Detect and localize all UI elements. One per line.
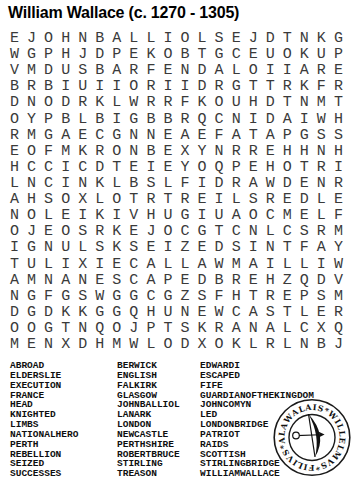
grid-cell-r1c11: O: [176, 31, 193, 47]
grid-cell-r4c20: R: [330, 79, 347, 95]
grid-cell-r16c6: E: [91, 273, 108, 289]
grid-cell-r9c5: C: [74, 160, 91, 176]
grid-cell-r11c5: X: [74, 192, 91, 208]
grid-cell-r16c12: D: [194, 273, 211, 289]
grid-cell-r17c7: G: [108, 289, 125, 305]
grid-cell-r8c1: E: [6, 144, 23, 160]
grid-cell-r19c8: J: [125, 321, 142, 337]
grid-cell-r2c1: W: [6, 47, 23, 63]
grid-cell-r8c3: F: [40, 144, 57, 160]
grid-cell-r17c13: F: [211, 289, 228, 305]
grid-cell-r16c1: A: [6, 273, 23, 289]
grid-cell-r7c18: G: [296, 128, 313, 144]
grid-cell-r13c6: R: [91, 224, 108, 240]
grid-cell-r12c11: G: [176, 208, 193, 224]
grid-cell-r14c11: Z: [176, 240, 193, 256]
grid-cell-r17c8: G: [125, 289, 142, 305]
grid-cell-r3c13: A: [211, 63, 228, 79]
grid-cell-r19c2: O: [23, 321, 40, 337]
grid-cell-r2c16: U: [262, 47, 279, 63]
grid-cell-r8c16: E: [262, 144, 279, 160]
grid-cell-r20c12: X: [194, 337, 211, 353]
grid-cell-r4c13: R: [211, 79, 228, 95]
grid-cell-r2c17: O: [279, 47, 296, 63]
grid-cell-r16c4: A: [57, 273, 74, 289]
grid-cell-r18c7: G: [108, 305, 125, 321]
grid-cell-r9c20: I: [330, 160, 347, 176]
grid-cell-r10c9: S: [142, 176, 159, 192]
grid-cell-r4c14: G: [228, 79, 245, 95]
grid-cell-r19c15: N: [245, 321, 262, 337]
grid-cell-r8c11: X: [176, 144, 193, 160]
grid-cell-r1c7: A: [108, 31, 125, 47]
page-title: William Wallace (c. 1270 - 1305): [8, 4, 239, 22]
grid-cell-r17c2: G: [23, 289, 40, 305]
grid-cell-r13c5: S: [74, 224, 91, 240]
grid-cell-r14c8: S: [125, 240, 142, 256]
grid-cell-r7c19: S: [313, 128, 330, 144]
grid-cell-r8c18: H: [296, 144, 313, 160]
grid-cell-r5c12: K: [194, 95, 211, 111]
grid-cell-r19c20: Q: [330, 321, 347, 337]
grid-cell-r11c10: T: [159, 192, 176, 208]
grid-cell-r3c4: U: [57, 63, 74, 79]
grid-cell-r1c5: N: [74, 31, 91, 47]
grid-cell-r2c12: T: [194, 47, 211, 63]
grid-cell-r17c11: Z: [176, 289, 193, 305]
grid-cell-r10c14: R: [228, 176, 245, 192]
grid-cell-r2c9: K: [142, 47, 159, 63]
grid-cell-r4c5: U: [74, 79, 91, 95]
grid-cell-r12c10: U: [159, 208, 176, 224]
grid-cell-r7c4: A: [57, 128, 74, 144]
grid-cell-r18c5: K: [74, 305, 91, 321]
grid-cell-r18c3: D: [40, 305, 57, 321]
grid-cell-r14c5: L: [74, 240, 91, 256]
grid-cell-r12c7: I: [108, 208, 125, 224]
grid-cell-r6c9: B: [142, 112, 159, 128]
grid-cell-r19c17: L: [279, 321, 296, 337]
grid-cell-r15c9: A: [142, 257, 159, 273]
grid-cell-r7c15: T: [245, 128, 262, 144]
grid-cell-r14c9: E: [142, 240, 159, 256]
grid-cell-r3c19: R: [313, 63, 330, 79]
grid-cell-r9c19: R: [313, 160, 330, 176]
grid-cell-r2c10: O: [159, 47, 176, 63]
grid-cell-r14c13: D: [211, 240, 228, 256]
grid-cell-r11c18: D: [296, 192, 313, 208]
grid-cell-r7c6: C: [91, 128, 108, 144]
grid-cell-r10c7: L: [108, 176, 125, 192]
grid-cell-r13c13: T: [211, 224, 228, 240]
grid-cell-r2c14: C: [228, 47, 245, 63]
grid-cell-r11c12: E: [194, 192, 211, 208]
grid-cell-r3c8: R: [125, 63, 142, 79]
grid-cell-r10c6: K: [91, 176, 108, 192]
grid-cell-r19c9: P: [142, 321, 159, 337]
grid-cell-r11c19: L: [313, 192, 330, 208]
grid-cell-r4c16: T: [262, 79, 279, 95]
grid-cell-r9c14: P: [228, 160, 245, 176]
grid-cell-r11c16: R: [262, 192, 279, 208]
grid-cell-r9c10: E: [159, 160, 176, 176]
grid-cell-r8c15: R: [245, 144, 262, 160]
grid-cell-r12c5: I: [74, 208, 91, 224]
word-column-2: BERWICKENGLISHFALKIRKGLASGOWJOHNBALLIOLL…: [117, 361, 180, 479]
grid-cell-r13c8: E: [125, 224, 142, 240]
grid-cell-r20c8: W: [125, 337, 142, 353]
grid-cell-r13c17: C: [279, 224, 296, 240]
grid-cell-r5c2: N: [23, 95, 40, 111]
grid-cell-r20c15: L: [245, 337, 262, 353]
grid-cell-r13c16: L: [262, 224, 279, 240]
grid-cell-r18c10: U: [159, 305, 176, 321]
grid-cell-r7c10: E: [159, 128, 176, 144]
grid-cell-r13c10: O: [159, 224, 176, 240]
grid-cell-r18c20: R: [330, 305, 347, 321]
grid-cell-r2c11: B: [176, 47, 193, 63]
grid-cell-r19c4: T: [57, 321, 74, 337]
grid-cell-r8c2: O: [23, 144, 40, 160]
grid-cell-r1c17: T: [279, 31, 296, 47]
grid-cell-r15c14: M: [228, 257, 245, 273]
grid-cell-r10c2: N: [23, 176, 40, 192]
grid-cell-r8c10: E: [159, 144, 176, 160]
grid-cell-r9c15: E: [245, 160, 262, 176]
grid-cell-r7c9: N: [142, 128, 159, 144]
grid-cell-r18c13: W: [211, 305, 228, 321]
grid-cell-r1c3: O: [40, 31, 57, 47]
grid-cell-r14c15: I: [245, 240, 262, 256]
grid-cell-r2c8: E: [125, 47, 142, 63]
grid-cell-r13c3: E: [40, 224, 57, 240]
grid-cell-r7c20: S: [330, 128, 347, 144]
grid-cell-r3c7: A: [108, 63, 125, 79]
grid-cell-r3c14: L: [228, 63, 245, 79]
grid-cell-r14c18: F: [296, 240, 313, 256]
grid-cell-r3c15: O: [245, 63, 262, 79]
grid-cell-r18c2: G: [23, 305, 40, 321]
grid-cell-r17c20: M: [330, 289, 347, 305]
grid-cell-r7c16: A: [262, 128, 279, 144]
grid-cell-r7c3: G: [40, 128, 57, 144]
grid-cell-r10c1: L: [6, 176, 23, 192]
grid-cell-r17c10: G: [159, 289, 176, 305]
grid-cell-r5c4: D: [57, 95, 74, 111]
grid-cell-r5c11: F: [176, 95, 193, 111]
grid-cell-r4c8: O: [125, 79, 142, 95]
grid-cell-r4c2: R: [23, 79, 40, 95]
grid-cell-r11c13: I: [211, 192, 228, 208]
grid-cell-r13c12: G: [194, 224, 211, 240]
grid-cell-r13c19: R: [313, 224, 330, 240]
grid-cell-r16c15: E: [245, 273, 262, 289]
grid-cell-r8c20: H: [330, 144, 347, 160]
grid-cell-r7c14: A: [228, 128, 245, 144]
grid-cell-r6c12: Q: [194, 112, 211, 128]
grid-cell-r5c6: K: [91, 95, 108, 111]
grid-cell-r1c12: L: [194, 31, 211, 47]
grid-cell-r19c16: A: [262, 321, 279, 337]
grid-cell-r18c6: G: [91, 305, 108, 321]
grid-cell-r7c12: E: [194, 128, 211, 144]
grid-cell-r19c12: K: [194, 321, 211, 337]
grid-cell-r18c12: E: [194, 305, 211, 321]
grid-cell-r12c1: N: [6, 208, 23, 224]
grid-cell-r9c16: H: [262, 160, 279, 176]
grid-cell-r4c4: I: [57, 79, 74, 95]
grid-cell-r11c2: H: [23, 192, 40, 208]
grid-cell-r2c2: G: [23, 47, 40, 63]
grid-cell-r6c19: W: [313, 112, 330, 128]
grid-cell-r15c16: I: [262, 257, 279, 273]
grid-cell-r19c1: O: [6, 321, 23, 337]
grid-cell-r15c20: W: [330, 257, 347, 273]
grid-cell-r20c14: K: [228, 337, 245, 353]
grid-cell-r6c20: H: [330, 112, 347, 128]
grid-cell-r2c15: E: [245, 47, 262, 63]
grid-cell-r19c11: S: [176, 321, 193, 337]
grid-cell-r4c7: I: [108, 79, 125, 95]
grid-cell-r12c17: M: [279, 208, 296, 224]
grid-cell-r6c2: Y: [23, 112, 40, 128]
grid-cell-r9c8: E: [125, 160, 142, 176]
grid-cell-r1c8: L: [125, 31, 142, 47]
grid-cell-r3c12: D: [194, 63, 211, 79]
grid-cell-r6c10: B: [159, 112, 176, 128]
grid-cell-r17c3: F: [40, 289, 57, 305]
grid-cell-r12c13: U: [211, 208, 228, 224]
grid-cell-r15c19: I: [313, 257, 330, 273]
grid-cell-r13c4: O: [57, 224, 74, 240]
grid-cell-r2c5: J: [74, 47, 91, 63]
grid-cell-r9c4: I: [57, 160, 74, 176]
grid-cell-r17c16: R: [262, 289, 279, 305]
grid-cell-r10c4: I: [57, 176, 74, 192]
grid-cell-r19c5: N: [74, 321, 91, 337]
grid-cell-r9c7: T: [108, 160, 125, 176]
grid-cell-r12c20: F: [330, 208, 347, 224]
grid-cell-r14c20: Y: [330, 240, 347, 256]
grid-cell-r20c4: X: [57, 337, 74, 353]
grid-cell-r3c16: I: [262, 63, 279, 79]
grid-cell-r16c5: N: [74, 273, 91, 289]
grid-cell-r10c13: D: [211, 176, 228, 192]
grid-cell-r14c6: S: [91, 240, 108, 256]
grid-cell-r12c16: C: [262, 208, 279, 224]
grid-cell-r16c19: D: [313, 273, 330, 289]
grid-cell-r8c19: N: [313, 144, 330, 160]
grid-cell-r19c18: C: [296, 321, 313, 337]
grid-cell-r4c17: R: [279, 79, 296, 95]
grid-cell-r8c6: R: [91, 144, 108, 160]
grid-cell-r5c9: R: [142, 95, 159, 111]
grid-cell-r19c6: Q: [91, 321, 108, 337]
grid-cell-r16c20: V: [330, 273, 347, 289]
grid-cell-r20c17: L: [279, 337, 296, 353]
grid-cell-r7c5: E: [74, 128, 91, 144]
grid-cell-r9c2: C: [23, 160, 40, 176]
grid-cell-r10c8: B: [125, 176, 142, 192]
grid-cell-r17c18: P: [296, 289, 313, 305]
grid-cell-r10c10: L: [159, 176, 176, 192]
grid-cell-r6c5: L: [74, 112, 91, 128]
grid-cell-r11c20: E: [330, 192, 347, 208]
grid-cell-r20c10: O: [159, 337, 176, 353]
grid-cell-r11c3: S: [40, 192, 57, 208]
grid-cell-r4c3: B: [40, 79, 57, 95]
grid-cell-r10c11: F: [176, 176, 193, 192]
grid-cell-r2c3: P: [40, 47, 57, 63]
grid-cell-r1c14: E: [228, 31, 245, 47]
grid-cell-r15c8: C: [125, 257, 142, 273]
grid-cell-r10c12: I: [194, 176, 211, 192]
grid-cell-r13c9: J: [142, 224, 159, 240]
grid-cell-r18c17: T: [279, 305, 296, 321]
grid-cell-r9c12: O: [194, 160, 211, 176]
grid-cell-r9c9: I: [142, 160, 159, 176]
grid-cell-r15c5: X: [74, 257, 91, 273]
grid-cell-r11c4: O: [57, 192, 74, 208]
grid-cell-r6c3: P: [40, 112, 57, 128]
grid-cell-r16c17: Z: [279, 273, 296, 289]
grid-cell-r4c12: D: [194, 79, 211, 95]
grid-cell-r12c12: I: [194, 208, 211, 224]
grid-cell-r6c16: D: [262, 112, 279, 128]
grid-cell-r16c2: M: [23, 273, 40, 289]
grid-cell-r6c13: C: [211, 112, 228, 128]
word-column-1: ABROADELDERSLIEEXECUTIONFRANCEHEADKNIGHT…: [10, 361, 78, 479]
grid-cell-r2c20: P: [330, 47, 347, 63]
grid-cell-r1c15: J: [245, 31, 262, 47]
grid-cell-r5c16: D: [262, 95, 279, 111]
grid-cell-r20c16: R: [262, 337, 279, 353]
grid-cell-r15c3: L: [40, 257, 57, 273]
grid-cell-r10c16: W: [262, 176, 279, 192]
grid-cell-r5c20: T: [330, 95, 347, 111]
grid-cell-r16c16: H: [262, 273, 279, 289]
grid-cell-r13c7: K: [108, 224, 125, 240]
grid-cell-r4c10: I: [159, 79, 176, 95]
grid-cell-r9c1: H: [6, 160, 23, 176]
grid-cell-r14c7: K: [108, 240, 125, 256]
grid-cell-r3c9: F: [142, 63, 159, 79]
grid-cell-r5c8: W: [125, 95, 142, 111]
grid-cell-r6c17: A: [279, 112, 296, 128]
grid-cell-r8c12: Y: [194, 144, 211, 160]
grid-cell-r17c19: S: [313, 289, 330, 305]
grid-cell-r14c12: E: [194, 240, 211, 256]
grid-cell-r14c1: I: [6, 240, 23, 256]
grid-cell-r5c14: U: [228, 95, 245, 111]
grid-cell-r16c8: C: [125, 273, 142, 289]
grid-cell-r14c3: N: [40, 240, 57, 256]
grid-cell-r17c14: H: [228, 289, 245, 305]
grid-cell-r1c4: H: [57, 31, 74, 47]
grid-cell-r1c19: K: [313, 31, 330, 47]
grid-cell-r11c9: R: [142, 192, 159, 208]
grid-cell-r18c16: S: [262, 305, 279, 321]
word-item: SUCCESSES: [10, 469, 78, 479]
grid-cell-r14c17: T: [279, 240, 296, 256]
grid-cell-r2c19: U: [313, 47, 330, 63]
grid-cell-r19c14: A: [228, 321, 245, 337]
grid-cell-r17c6: W: [91, 289, 108, 305]
grid-cell-r20c18: N: [296, 337, 313, 353]
grid-cell-r15c15: A: [245, 257, 262, 273]
grid-cell-r1c1: E: [6, 31, 23, 47]
grid-cell-r5c5: R: [74, 95, 91, 111]
grid-cell-r15c11: L: [176, 257, 193, 273]
grid-cell-r3c1: V: [6, 63, 23, 79]
grid-cell-r6c8: G: [125, 112, 142, 128]
grid-cell-r15c17: L: [279, 257, 296, 273]
grid-cell-r13c20: M: [330, 224, 347, 240]
grid-cell-r15c12: A: [194, 257, 211, 273]
grid-cell-r17c4: G: [57, 289, 74, 305]
grid-cell-r11c15: S: [245, 192, 262, 208]
grid-cell-r20c20: J: [330, 337, 347, 353]
grid-cell-r18c8: Q: [125, 305, 142, 321]
grid-cell-r5c1: D: [6, 95, 23, 111]
grid-cell-r16c14: R: [228, 273, 245, 289]
grid-cell-r4c11: I: [176, 79, 193, 95]
grid-cell-r7c11: A: [176, 128, 193, 144]
grid-cell-r6c4: B: [57, 112, 74, 128]
grid-cell-r12c19: L: [313, 208, 330, 224]
grid-cell-r13c1: O: [6, 224, 23, 240]
grid-cell-r3c18: A: [296, 63, 313, 79]
grid-cell-r10c3: C: [40, 176, 57, 192]
grid-cell-r3c10: E: [159, 63, 176, 79]
grid-cell-r10c19: N: [313, 176, 330, 192]
grid-cell-r13c11: C: [176, 224, 193, 240]
grid-cell-r15c2: U: [23, 257, 40, 273]
grid-cell-r11c14: L: [228, 192, 245, 208]
grid-cell-r4c9: R: [142, 79, 159, 95]
grid-cell-r8c4: M: [57, 144, 74, 160]
grid-cell-r6c15: I: [245, 112, 262, 128]
grid-cell-r17c5: S: [74, 289, 91, 305]
grid-cell-r4c19: F: [313, 79, 330, 95]
grid-cell-r10c18: E: [296, 176, 313, 192]
grid-cell-r20c6: H: [91, 337, 108, 353]
grid-cell-r17c12: S: [194, 289, 211, 305]
grid-cell-r15c7: E: [108, 257, 125, 273]
grid-cell-r18c18: L: [296, 305, 313, 321]
grid-cell-r11c11: R: [176, 192, 193, 208]
grid-cell-r8c14: R: [228, 144, 245, 160]
grid-cell-r11c8: T: [125, 192, 142, 208]
grid-cell-r20c2: E: [23, 337, 40, 353]
grid-cell-r2c4: H: [57, 47, 74, 63]
grid-cell-r19c7: O: [108, 321, 125, 337]
grid-cell-r16c13: B: [211, 273, 228, 289]
grid-cell-r14c10: I: [159, 240, 176, 256]
grid-cell-r3c6: B: [91, 63, 108, 79]
grid-cell-r13c14: C: [228, 224, 245, 240]
grid-cell-r6c18: I: [296, 112, 313, 128]
grid-cell-r6c7: I: [108, 112, 125, 128]
grid-cell-r3c17: I: [279, 63, 296, 79]
grid-cell-r14c14: S: [228, 240, 245, 256]
grid-cell-r16c18: Q: [296, 273, 313, 289]
grid-cell-r9c11: Y: [176, 160, 193, 176]
grid-cell-r3c2: M: [23, 63, 40, 79]
grid-cell-r7c17: P: [279, 128, 296, 144]
william-wallace-seal-logo: WALAIS*WILLELMVS*FILIVS*ALANI*: [262, 387, 354, 487]
grid-cell-r2c18: K: [296, 47, 313, 63]
